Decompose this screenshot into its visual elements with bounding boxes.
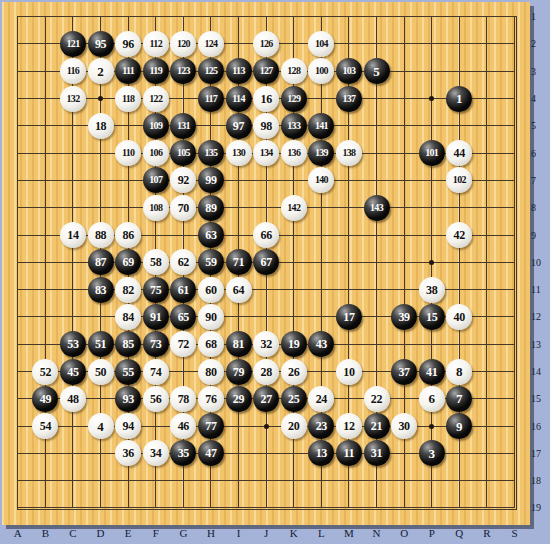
- intersection-Q13[interactable]: [446, 331, 474, 358]
- intersection-P5[interactable]: [418, 112, 446, 139]
- intersection-C9[interactable]: 14: [59, 221, 87, 248]
- intersection-A13[interactable]: [4, 331, 32, 358]
- intersection-K5[interactable]: 133: [280, 112, 308, 139]
- intersection-K14[interactable]: 26: [280, 358, 308, 385]
- intersection-C19[interactable]: [59, 494, 87, 521]
- intersection-P12[interactable]: 15: [418, 303, 446, 330]
- intersection-R9[interactable]: [473, 221, 501, 248]
- intersection-O11[interactable]: [390, 276, 418, 303]
- intersection-Q10[interactable]: [446, 249, 474, 276]
- intersection-C14[interactable]: 45: [59, 358, 87, 385]
- intersection-F12[interactable]: 91: [142, 303, 170, 330]
- intersection-D12[interactable]: [87, 303, 115, 330]
- intersection-A1[interactable]: [4, 3, 32, 30]
- intersection-K18[interactable]: [280, 467, 308, 494]
- intersection-J17[interactable]: [252, 440, 280, 467]
- intersection-I19[interactable]: [225, 494, 253, 521]
- intersection-Q9[interactable]: 42: [446, 221, 474, 248]
- intersection-M7[interactable]: [335, 167, 363, 194]
- intersection-H2[interactable]: 124: [197, 30, 225, 57]
- intersection-B3[interactable]: [32, 58, 60, 85]
- intersection-A17[interactable]: [4, 440, 32, 467]
- intersection-I4[interactable]: 114: [225, 85, 253, 112]
- intersection-P1[interactable]: [418, 3, 446, 30]
- intersection-S19[interactable]: [501, 494, 529, 521]
- intersection-H9[interactable]: 63: [197, 221, 225, 248]
- intersection-I8[interactable]: [225, 194, 253, 221]
- intersection-I15[interactable]: 29: [225, 385, 253, 412]
- intersection-B13[interactable]: [32, 331, 60, 358]
- intersection-M6[interactable]: 138: [335, 139, 363, 166]
- intersection-K10[interactable]: [280, 249, 308, 276]
- intersection-B2[interactable]: [32, 30, 60, 57]
- intersection-F4[interactable]: 122: [142, 85, 170, 112]
- intersection-L1[interactable]: [308, 3, 336, 30]
- intersection-N17[interactable]: 31: [363, 440, 391, 467]
- intersection-K2[interactable]: [280, 30, 308, 57]
- intersection-B14[interactable]: 52: [32, 358, 60, 385]
- intersection-F8[interactable]: 108: [142, 194, 170, 221]
- intersection-A10[interactable]: [4, 249, 32, 276]
- intersection-C5[interactable]: [59, 112, 87, 139]
- intersection-D11[interactable]: 83: [87, 276, 115, 303]
- intersection-G15[interactable]: 78: [170, 385, 198, 412]
- intersection-S6[interactable]: [501, 139, 529, 166]
- intersection-L9[interactable]: [308, 221, 336, 248]
- intersection-F5[interactable]: 109: [142, 112, 170, 139]
- intersection-J6[interactable]: 134: [252, 139, 280, 166]
- intersection-I7[interactable]: [225, 167, 253, 194]
- intersection-S9[interactable]: [501, 221, 529, 248]
- intersection-C17[interactable]: [59, 440, 87, 467]
- intersection-B19[interactable]: [32, 494, 60, 521]
- intersection-D7[interactable]: [87, 167, 115, 194]
- intersection-J3[interactable]: 127: [252, 58, 280, 85]
- intersection-E18[interactable]: [114, 467, 142, 494]
- intersection-S1[interactable]: [501, 3, 529, 30]
- intersection-N6[interactable]: [363, 139, 391, 166]
- intersection-G1[interactable]: [170, 3, 198, 30]
- intersection-K7[interactable]: [280, 167, 308, 194]
- intersection-G6[interactable]: 105: [170, 139, 198, 166]
- intersection-O2[interactable]: [390, 30, 418, 57]
- intersection-R2[interactable]: [473, 30, 501, 57]
- intersection-L10[interactable]: [308, 249, 336, 276]
- intersection-R19[interactable]: [473, 494, 501, 521]
- intersection-O7[interactable]: [390, 167, 418, 194]
- intersection-B10[interactable]: [32, 249, 60, 276]
- intersection-D4[interactable]: [87, 85, 115, 112]
- intersection-H8[interactable]: 89: [197, 194, 225, 221]
- intersection-O6[interactable]: [390, 139, 418, 166]
- intersection-M18[interactable]: [335, 467, 363, 494]
- intersection-R16[interactable]: [473, 412, 501, 439]
- intersection-G19[interactable]: [170, 494, 198, 521]
- intersection-B1[interactable]: [32, 3, 60, 30]
- intersection-L19[interactable]: [308, 494, 336, 521]
- intersection-B9[interactable]: [32, 221, 60, 248]
- intersection-P19[interactable]: [418, 494, 446, 521]
- intersection-S14[interactable]: [501, 358, 529, 385]
- intersection-F6[interactable]: 106: [142, 139, 170, 166]
- intersection-R11[interactable]: [473, 276, 501, 303]
- intersection-J7[interactable]: [252, 167, 280, 194]
- intersection-G3[interactable]: 123: [170, 58, 198, 85]
- intersection-H7[interactable]: 99: [197, 167, 225, 194]
- intersection-O15[interactable]: [390, 385, 418, 412]
- intersection-L18[interactable]: [308, 467, 336, 494]
- intersection-F9[interactable]: [142, 221, 170, 248]
- intersection-D10[interactable]: 87: [87, 249, 115, 276]
- intersection-P2[interactable]: [418, 30, 446, 57]
- intersection-J9[interactable]: 66: [252, 221, 280, 248]
- intersection-O14[interactable]: 37: [390, 358, 418, 385]
- intersection-L3[interactable]: 100: [308, 58, 336, 85]
- intersection-N9[interactable]: [363, 221, 391, 248]
- intersection-E11[interactable]: 82: [114, 276, 142, 303]
- intersection-N8[interactable]: 143: [363, 194, 391, 221]
- intersection-M5[interactable]: [335, 112, 363, 139]
- intersection-A12[interactable]: [4, 303, 32, 330]
- intersection-L16[interactable]: 23: [308, 412, 336, 439]
- intersection-A14[interactable]: [4, 358, 32, 385]
- intersection-K17[interactable]: [280, 440, 308, 467]
- intersection-G10[interactable]: 62: [170, 249, 198, 276]
- intersection-E3[interactable]: 111: [114, 58, 142, 85]
- intersection-Q12[interactable]: 40: [446, 303, 474, 330]
- intersection-D13[interactable]: 51: [87, 331, 115, 358]
- intersection-B17[interactable]: [32, 440, 60, 467]
- intersection-G5[interactable]: 131: [170, 112, 198, 139]
- intersection-P8[interactable]: [418, 194, 446, 221]
- intersection-S10[interactable]: [501, 249, 529, 276]
- intersection-P15[interactable]: 6: [418, 385, 446, 412]
- intersection-Q8[interactable]: [446, 194, 474, 221]
- intersection-R5[interactable]: [473, 112, 501, 139]
- intersection-I18[interactable]: [225, 467, 253, 494]
- intersection-H17[interactable]: 47: [197, 440, 225, 467]
- intersection-M19[interactable]: [335, 494, 363, 521]
- intersection-K11[interactable]: [280, 276, 308, 303]
- intersection-J1[interactable]: [252, 3, 280, 30]
- intersection-N1[interactable]: [363, 3, 391, 30]
- intersection-K4[interactable]: 129: [280, 85, 308, 112]
- intersection-Q19[interactable]: [446, 494, 474, 521]
- intersection-J5[interactable]: 98: [252, 112, 280, 139]
- intersection-N15[interactable]: 22: [363, 385, 391, 412]
- intersection-F13[interactable]: 73: [142, 331, 170, 358]
- intersection-P6[interactable]: 101: [418, 139, 446, 166]
- intersection-N11[interactable]: [363, 276, 391, 303]
- intersection-N4[interactable]: [363, 85, 391, 112]
- intersection-C6[interactable]: [59, 139, 87, 166]
- intersection-B12[interactable]: [32, 303, 60, 330]
- intersection-D2[interactable]: 95: [87, 30, 115, 57]
- intersection-H1[interactable]: [197, 3, 225, 30]
- intersection-E10[interactable]: 69: [114, 249, 142, 276]
- intersection-S12[interactable]: [501, 303, 529, 330]
- intersection-P11[interactable]: 38: [418, 276, 446, 303]
- intersection-P18[interactable]: [418, 467, 446, 494]
- intersection-N2[interactable]: [363, 30, 391, 57]
- intersection-F19[interactable]: [142, 494, 170, 521]
- intersection-L4[interactable]: [308, 85, 336, 112]
- intersection-D15[interactable]: [87, 385, 115, 412]
- intersection-S4[interactable]: [501, 85, 529, 112]
- intersection-D8[interactable]: [87, 194, 115, 221]
- intersection-O10[interactable]: [390, 249, 418, 276]
- intersection-R15[interactable]: [473, 385, 501, 412]
- intersection-I13[interactable]: 81: [225, 331, 253, 358]
- intersection-D3[interactable]: 2: [87, 58, 115, 85]
- intersection-O4[interactable]: [390, 85, 418, 112]
- intersection-R12[interactable]: [473, 303, 501, 330]
- intersection-S8[interactable]: [501, 194, 529, 221]
- intersection-J4[interactable]: 16: [252, 85, 280, 112]
- intersection-E12[interactable]: 84: [114, 303, 142, 330]
- intersection-E6[interactable]: 110: [114, 139, 142, 166]
- intersection-H10[interactable]: 59: [197, 249, 225, 276]
- intersection-G2[interactable]: 120: [170, 30, 198, 57]
- intersection-F2[interactable]: 112: [142, 30, 170, 57]
- intersection-D5[interactable]: 18: [87, 112, 115, 139]
- intersection-R8[interactable]: [473, 194, 501, 221]
- intersection-E15[interactable]: 93: [114, 385, 142, 412]
- intersection-P3[interactable]: [418, 58, 446, 85]
- intersection-J14[interactable]: 28: [252, 358, 280, 385]
- intersection-P9[interactable]: [418, 221, 446, 248]
- intersection-A3[interactable]: [4, 58, 32, 85]
- intersection-D1[interactable]: [87, 3, 115, 30]
- intersection-I1[interactable]: [225, 3, 253, 30]
- intersection-O9[interactable]: [390, 221, 418, 248]
- intersection-M8[interactable]: [335, 194, 363, 221]
- intersection-O19[interactable]: [390, 494, 418, 521]
- intersection-S13[interactable]: [501, 331, 529, 358]
- intersection-J18[interactable]: [252, 467, 280, 494]
- intersection-L8[interactable]: [308, 194, 336, 221]
- intersection-J2[interactable]: 126: [252, 30, 280, 57]
- intersection-D14[interactable]: 50: [87, 358, 115, 385]
- intersection-I3[interactable]: 113: [225, 58, 253, 85]
- intersection-Q18[interactable]: [446, 467, 474, 494]
- intersection-R3[interactable]: [473, 58, 501, 85]
- intersection-O18[interactable]: [390, 467, 418, 494]
- intersection-D6[interactable]: [87, 139, 115, 166]
- intersection-A8[interactable]: [4, 194, 32, 221]
- intersection-S7[interactable]: [501, 167, 529, 194]
- intersection-M11[interactable]: [335, 276, 363, 303]
- intersection-E7[interactable]: [114, 167, 142, 194]
- intersection-N14[interactable]: [363, 358, 391, 385]
- intersection-J10[interactable]: 67: [252, 249, 280, 276]
- intersection-A9[interactable]: [4, 221, 32, 248]
- intersection-S5[interactable]: [501, 112, 529, 139]
- intersection-F15[interactable]: 56: [142, 385, 170, 412]
- intersection-N3[interactable]: 5: [363, 58, 391, 85]
- intersection-S15[interactable]: [501, 385, 529, 412]
- intersection-I9[interactable]: [225, 221, 253, 248]
- intersection-M15[interactable]: [335, 385, 363, 412]
- intersection-N16[interactable]: 21: [363, 412, 391, 439]
- intersection-I2[interactable]: [225, 30, 253, 57]
- intersection-M14[interactable]: 10: [335, 358, 363, 385]
- intersection-J11[interactable]: [252, 276, 280, 303]
- intersection-C13[interactable]: 53: [59, 331, 87, 358]
- intersection-A2[interactable]: [4, 30, 32, 57]
- intersection-G4[interactable]: [170, 85, 198, 112]
- intersection-O8[interactable]: [390, 194, 418, 221]
- intersection-Q16[interactable]: 9: [446, 412, 474, 439]
- intersection-I14[interactable]: 79: [225, 358, 253, 385]
- intersection-M17[interactable]: 11: [335, 440, 363, 467]
- intersection-L7[interactable]: 140: [308, 167, 336, 194]
- intersection-N7[interactable]: [363, 167, 391, 194]
- intersection-E16[interactable]: 94: [114, 412, 142, 439]
- intersection-E17[interactable]: 36: [114, 440, 142, 467]
- intersection-H15[interactable]: 76: [197, 385, 225, 412]
- intersection-J19[interactable]: [252, 494, 280, 521]
- intersection-H18[interactable]: [197, 467, 225, 494]
- intersection-I10[interactable]: 71: [225, 249, 253, 276]
- intersection-K12[interactable]: [280, 303, 308, 330]
- intersection-D19[interactable]: [87, 494, 115, 521]
- intersection-Q11[interactable]: [446, 276, 474, 303]
- intersection-E2[interactable]: 96: [114, 30, 142, 57]
- intersection-P10[interactable]: [418, 249, 446, 276]
- intersection-F1[interactable]: [142, 3, 170, 30]
- intersection-L13[interactable]: 43: [308, 331, 336, 358]
- intersection-G16[interactable]: 46: [170, 412, 198, 439]
- intersection-L11[interactable]: [308, 276, 336, 303]
- intersection-N13[interactable]: [363, 331, 391, 358]
- intersection-A5[interactable]: [4, 112, 32, 139]
- intersection-Q5[interactable]: [446, 112, 474, 139]
- intersection-F3[interactable]: 119: [142, 58, 170, 85]
- intersection-D18[interactable]: [87, 467, 115, 494]
- intersection-P17[interactable]: 3: [418, 440, 446, 467]
- intersection-E9[interactable]: 86: [114, 221, 142, 248]
- intersection-C3[interactable]: 116: [59, 58, 87, 85]
- intersection-H16[interactable]: 77: [197, 412, 225, 439]
- intersection-C15[interactable]: 48: [59, 385, 87, 412]
- intersection-B8[interactable]: [32, 194, 60, 221]
- intersection-F16[interactable]: [142, 412, 170, 439]
- intersection-R17[interactable]: [473, 440, 501, 467]
- intersection-S18[interactable]: [501, 467, 529, 494]
- intersection-F17[interactable]: 34: [142, 440, 170, 467]
- intersection-S3[interactable]: [501, 58, 529, 85]
- intersection-E1[interactable]: [114, 3, 142, 30]
- intersection-G14[interactable]: [170, 358, 198, 385]
- intersection-Q15[interactable]: 7: [446, 385, 474, 412]
- intersection-D16[interactable]: 4: [87, 412, 115, 439]
- intersection-C12[interactable]: [59, 303, 87, 330]
- intersection-L14[interactable]: [308, 358, 336, 385]
- intersection-E5[interactable]: [114, 112, 142, 139]
- intersection-I5[interactable]: 97: [225, 112, 253, 139]
- intersection-R6[interactable]: [473, 139, 501, 166]
- intersection-K8[interactable]: 142: [280, 194, 308, 221]
- intersection-S2[interactable]: [501, 30, 529, 57]
- intersection-P7[interactable]: [418, 167, 446, 194]
- intersection-I16[interactable]: [225, 412, 253, 439]
- intersection-B11[interactable]: [32, 276, 60, 303]
- intersection-L12[interactable]: [308, 303, 336, 330]
- intersection-Q3[interactable]: [446, 58, 474, 85]
- intersection-A18[interactable]: [4, 467, 32, 494]
- intersection-B18[interactable]: [32, 467, 60, 494]
- intersection-H5[interactable]: [197, 112, 225, 139]
- intersection-C11[interactable]: [59, 276, 87, 303]
- intersection-M2[interactable]: [335, 30, 363, 57]
- intersection-G13[interactable]: 72: [170, 331, 198, 358]
- intersection-P13[interactable]: [418, 331, 446, 358]
- intersection-H6[interactable]: 135: [197, 139, 225, 166]
- intersection-G7[interactable]: 92: [170, 167, 198, 194]
- intersection-O12[interactable]: 39: [390, 303, 418, 330]
- intersection-K15[interactable]: 25: [280, 385, 308, 412]
- intersection-H4[interactable]: 117: [197, 85, 225, 112]
- intersection-M3[interactable]: 103: [335, 58, 363, 85]
- intersection-A6[interactable]: [4, 139, 32, 166]
- intersection-H3[interactable]: 125: [197, 58, 225, 85]
- intersection-R14[interactable]: [473, 358, 501, 385]
- intersection-I12[interactable]: [225, 303, 253, 330]
- intersection-J12[interactable]: [252, 303, 280, 330]
- intersection-N19[interactable]: [363, 494, 391, 521]
- intersection-B15[interactable]: 49: [32, 385, 60, 412]
- intersection-K6[interactable]: 136: [280, 139, 308, 166]
- intersection-R4[interactable]: [473, 85, 501, 112]
- intersection-C10[interactable]: [59, 249, 87, 276]
- intersection-A11[interactable]: [4, 276, 32, 303]
- intersection-Q14[interactable]: 8: [446, 358, 474, 385]
- intersection-A15[interactable]: [4, 385, 32, 412]
- intersection-M10[interactable]: [335, 249, 363, 276]
- intersection-R13[interactable]: [473, 331, 501, 358]
- intersection-L2[interactable]: 104: [308, 30, 336, 57]
- intersection-M12[interactable]: 17: [335, 303, 363, 330]
- intersection-F7[interactable]: 107: [142, 167, 170, 194]
- intersection-C8[interactable]: [59, 194, 87, 221]
- intersection-M1[interactable]: [335, 3, 363, 30]
- intersection-F14[interactable]: 74: [142, 358, 170, 385]
- intersection-O5[interactable]: [390, 112, 418, 139]
- intersection-C16[interactable]: [59, 412, 87, 439]
- intersection-L15[interactable]: 24: [308, 385, 336, 412]
- intersection-K1[interactable]: [280, 3, 308, 30]
- intersection-I17[interactable]: [225, 440, 253, 467]
- intersection-C18[interactable]: [59, 467, 87, 494]
- intersection-O17[interactable]: [390, 440, 418, 467]
- intersection-H12[interactable]: 90: [197, 303, 225, 330]
- intersection-H14[interactable]: 80: [197, 358, 225, 385]
- intersection-H11[interactable]: 60: [197, 276, 225, 303]
- intersection-C4[interactable]: 132: [59, 85, 87, 112]
- intersection-I11[interactable]: 64: [225, 276, 253, 303]
- intersection-S17[interactable]: [501, 440, 529, 467]
- intersection-O16[interactable]: 30: [390, 412, 418, 439]
- intersection-E4[interactable]: 118: [114, 85, 142, 112]
- intersection-K9[interactable]: [280, 221, 308, 248]
- intersection-O3[interactable]: [390, 58, 418, 85]
- intersection-E19[interactable]: [114, 494, 142, 521]
- intersection-E14[interactable]: 55: [114, 358, 142, 385]
- intersection-Q2[interactable]: [446, 30, 474, 57]
- intersection-A16[interactable]: [4, 412, 32, 439]
- intersection-L5[interactable]: 141: [308, 112, 336, 139]
